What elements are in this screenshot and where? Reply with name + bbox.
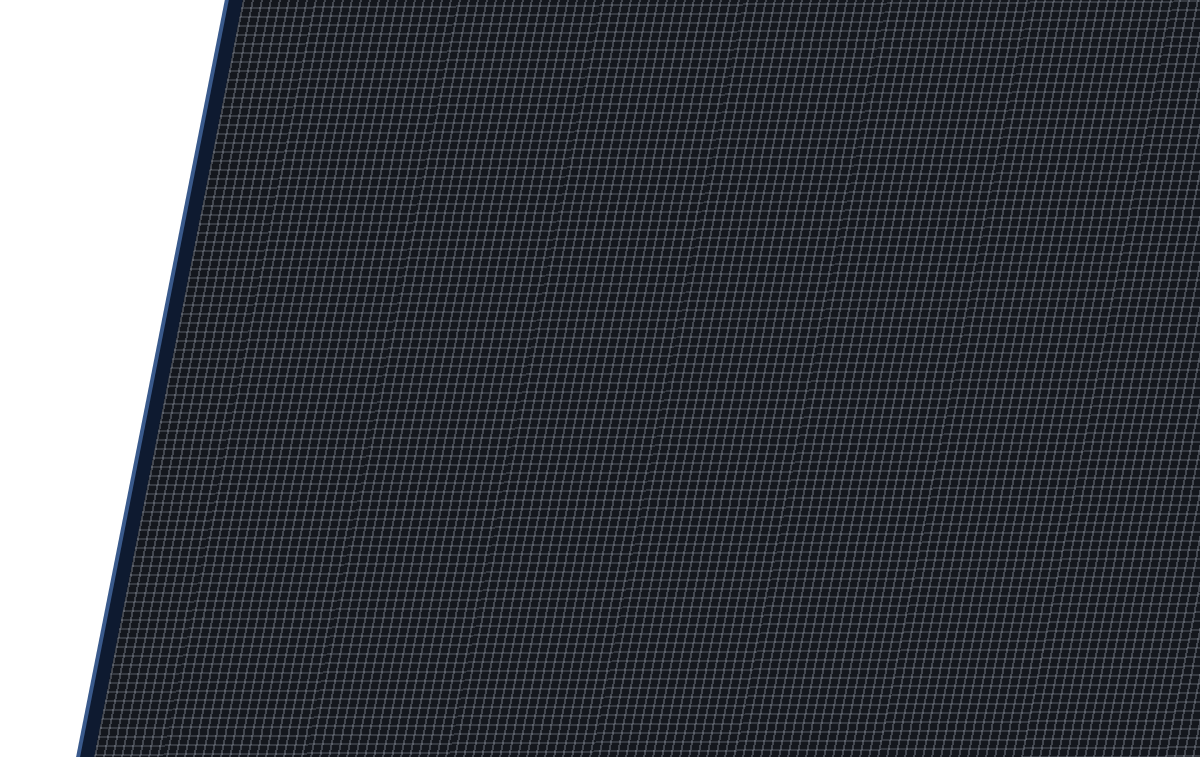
scene-photo [0, 0, 1200, 757]
board [87, 0, 1200, 757]
